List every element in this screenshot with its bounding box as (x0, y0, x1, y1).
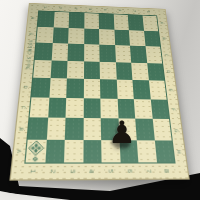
brand-logo-icon: ◎ (26, 63, 32, 68)
square-r3c5[interactable] (99, 45, 115, 62)
coord-label: 5 (105, 161, 118, 181)
square-r8c7[interactable] (137, 140, 157, 163)
square-r2c5[interactable] (99, 29, 115, 45)
coord-label: B (10, 123, 34, 134)
coord-label: B (155, 34, 174, 42)
board-frame (24, 10, 175, 163)
coord-label: A (7, 146, 32, 157)
coord-label: D (159, 67, 180, 76)
coord-label: 3 (73, 2, 80, 14)
coord-label: H (23, 14, 43, 22)
coord-label: 1 (26, 161, 41, 181)
square-r6c3[interactable] (66, 97, 84, 117)
coord-label: 8 (145, 6, 153, 18)
square-r1c6[interactable] (113, 14, 129, 30)
square-r3c6[interactable] (115, 45, 131, 62)
coord-label: A (153, 19, 172, 27)
square-r1c7[interactable] (128, 15, 144, 30)
coord-label: 6 (117, 4, 125, 16)
coord-label: 3 (66, 161, 79, 181)
square-r8c2[interactable] (45, 139, 65, 162)
square-r2c3[interactable] (68, 28, 84, 45)
photo-scene: 12345678 12345678 HGFEDCBA ABCDEFGH ◎ GS… (0, 0, 200, 200)
coord-label: 4 (86, 161, 99, 181)
square-r4c6[interactable] (115, 62, 132, 80)
square-r4c2[interactable] (50, 60, 67, 78)
square-r1c2[interactable] (53, 12, 69, 28)
coord-label: 1 (42, 1, 50, 13)
chess-mat: 12345678 12345678 HGFEDCBA ABCDEFGH ◎ GS… (9, 3, 189, 181)
square-r3c3[interactable] (67, 44, 83, 61)
square-r7c2[interactable] (46, 118, 65, 140)
brand-label: GS CHESS (26, 40, 33, 63)
square-r3c2[interactable] (51, 43, 68, 60)
square-r5c4[interactable] (83, 79, 100, 98)
square-r1c5[interactable] (99, 14, 114, 30)
coord-label: G (165, 125, 188, 135)
square-r3c4[interactable] (84, 44, 100, 61)
coord-label: 4 (88, 3, 95, 15)
coord-label: C (157, 50, 177, 59)
square-r3c7[interactable] (130, 46, 147, 63)
coord-label: D (14, 82, 37, 92)
coord-label: 2 (46, 161, 60, 181)
coord-label: 7 (142, 161, 156, 181)
square-r7c4[interactable] (83, 118, 101, 140)
square-r8c4[interactable] (83, 139, 102, 162)
square-r5c5[interactable] (100, 79, 117, 98)
square-r2c6[interactable] (114, 29, 130, 45)
coord-label: 7 (131, 5, 139, 17)
square-r2c7[interactable] (129, 30, 145, 46)
square-r1c4[interactable] (84, 13, 99, 29)
coord-label: 2 (57, 2, 65, 14)
coords-bottom: 12345678 (23, 165, 177, 179)
square-r6c4[interactable] (83, 98, 101, 118)
coord-label: 5 (102, 4, 109, 16)
board-grid (26, 11, 175, 162)
square-r1c3[interactable] (69, 12, 84, 28)
square-r5c7[interactable] (132, 80, 150, 99)
coord-label: E (161, 85, 182, 94)
square-r2c4[interactable] (84, 28, 100, 44)
coord-label: G (21, 29, 42, 38)
square-r4c7[interactable] (131, 62, 148, 80)
square-r5c3[interactable] (66, 78, 83, 97)
square-r2c2[interactable] (52, 27, 68, 44)
square-r8c3[interactable] (64, 139, 83, 162)
square-r4c4[interactable] (84, 61, 100, 79)
square-r4c3[interactable] (67, 61, 84, 79)
black-pawn[interactable]: ♟ (105, 115, 139, 149)
coord-label: F (163, 104, 185, 114)
square-r5c2[interactable] (49, 78, 67, 97)
square-r4c5[interactable] (100, 61, 117, 79)
coord-label: 6 (123, 161, 137, 181)
coord-label: 8 (160, 161, 174, 180)
square-r7c3[interactable] (65, 118, 83, 140)
coord-label: H (168, 147, 191, 158)
square-r5c6[interactable] (116, 80, 134, 99)
coord-label: C (12, 102, 36, 112)
square-r6c2[interactable] (48, 97, 67, 118)
